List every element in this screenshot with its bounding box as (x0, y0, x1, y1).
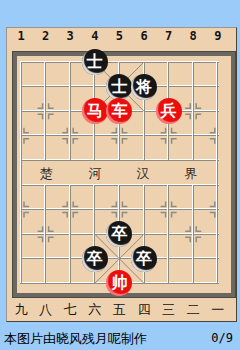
file-label-top: 9 (206, 29, 230, 43)
xiangqi-piece-red[interactable]: 兵 (156, 98, 182, 124)
file-label-top: 6 (132, 29, 156, 43)
river-char: 楚 (37, 165, 55, 183)
file-label-top: 4 (83, 29, 107, 43)
river-char: 界 (182, 165, 200, 183)
xiangqi-piece-black[interactable]: 士 (82, 49, 108, 75)
file-label-bottom: 五 (107, 301, 131, 319)
credit-caption: 本图片由晓风残月呢制作 (4, 330, 147, 348)
file-label-top: 7 (157, 29, 181, 43)
file-label-bottom: 三 (157, 301, 181, 319)
file-label-top: 5 (107, 29, 131, 43)
river-char: 河 (86, 165, 104, 183)
file-label-bottom: 六 (83, 301, 107, 319)
file-label-top: 8 (181, 29, 205, 43)
file-label-bottom: 七 (58, 301, 82, 319)
xiangqi-piece-red[interactable]: 马 (82, 98, 108, 124)
move-counter: 0/9 (211, 331, 233, 345)
file-label-top: 1 (9, 29, 33, 43)
file-label-bottom: 九 (9, 301, 33, 319)
file-label-bottom: 一 (206, 301, 230, 319)
xiangqi-piece-black[interactable]: 将 (131, 74, 157, 100)
xiangqi-piece-black[interactable]: 士 (106, 74, 132, 100)
app-window: 123456789 九八七六五四三二一 楚河汉界 士士将马车兵卒卒卒帅 本图片由… (0, 0, 240, 350)
file-label-top: 3 (58, 29, 82, 43)
file-label-bottom: 二 (181, 301, 205, 319)
xiangqi-piece-black[interactable]: 卒 (82, 246, 108, 272)
file-label-top: 2 (34, 29, 58, 43)
xiangqi-piece-black[interactable]: 卒 (131, 246, 157, 272)
file-label-bottom: 八 (34, 301, 58, 319)
file-label-bottom: 四 (132, 301, 156, 319)
river-char: 汉 (134, 165, 152, 183)
